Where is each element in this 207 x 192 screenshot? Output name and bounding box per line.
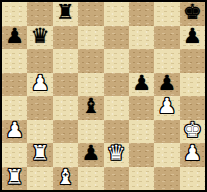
white-pawn-piece: ♟ xyxy=(31,73,50,94)
square-c1[interactable]: ♝ xyxy=(53,167,78,191)
white-pawn-piece: ♟ xyxy=(158,96,177,117)
square-d8[interactable] xyxy=(78,2,103,26)
square-f7[interactable] xyxy=(129,26,154,50)
black-pawn-piece: ♟ xyxy=(81,143,100,164)
square-g4[interactable]: ♟ xyxy=(154,96,179,120)
square-d2[interactable]: ♟ xyxy=(78,143,103,167)
black-pawn-piece: ♟ xyxy=(158,73,177,94)
white-pawn-piece: ♟ xyxy=(183,143,202,164)
square-h3[interactable]: ♚ xyxy=(180,120,205,144)
square-b1[interactable] xyxy=(27,167,52,191)
square-b5[interactable]: ♟ xyxy=(27,73,52,97)
square-d1[interactable] xyxy=(78,167,103,191)
white-king-piece: ♚ xyxy=(183,120,202,141)
square-h7[interactable]: ♟ xyxy=(180,26,205,50)
square-g2[interactable] xyxy=(154,143,179,167)
square-f8[interactable] xyxy=(129,2,154,26)
square-a7[interactable]: ♟ xyxy=(2,26,27,50)
square-g7[interactable] xyxy=(154,26,179,50)
black-pawn-piece: ♟ xyxy=(5,26,24,47)
square-d6[interactable] xyxy=(78,49,103,73)
square-a6[interactable] xyxy=(2,49,27,73)
square-f1[interactable] xyxy=(129,167,154,191)
square-a3[interactable]: ♟ xyxy=(2,120,27,144)
white-queen-piece: ♛ xyxy=(107,143,126,164)
black-pawn-piece: ♟ xyxy=(132,73,151,94)
black-queen-piece: ♛ xyxy=(31,26,50,47)
square-h8[interactable]: ♚ xyxy=(180,2,205,26)
black-pawn-piece: ♟ xyxy=(183,26,202,47)
square-e2[interactable]: ♛ xyxy=(104,143,129,167)
square-d7[interactable] xyxy=(78,26,103,50)
square-h2[interactable]: ♟ xyxy=(180,143,205,167)
square-b2[interactable]: ♜ xyxy=(27,143,52,167)
square-c3[interactable] xyxy=(53,120,78,144)
square-c8[interactable]: ♜ xyxy=(53,2,78,26)
square-c6[interactable] xyxy=(53,49,78,73)
white-pawn-piece: ♟ xyxy=(5,120,24,141)
black-bishop-piece: ♝ xyxy=(81,96,100,117)
square-d3[interactable] xyxy=(78,120,103,144)
square-d4[interactable]: ♝ xyxy=(78,96,103,120)
square-b7[interactable]: ♛ xyxy=(27,26,52,50)
square-b4[interactable] xyxy=(27,96,52,120)
square-f4[interactable] xyxy=(129,96,154,120)
square-e8[interactable] xyxy=(104,2,129,26)
square-b6[interactable] xyxy=(27,49,52,73)
square-c2[interactable] xyxy=(53,143,78,167)
square-e6[interactable] xyxy=(104,49,129,73)
square-b8[interactable] xyxy=(27,2,52,26)
square-f3[interactable] xyxy=(129,120,154,144)
square-a4[interactable] xyxy=(2,96,27,120)
square-g6[interactable] xyxy=(154,49,179,73)
square-e4[interactable] xyxy=(104,96,129,120)
black-rook-piece: ♜ xyxy=(56,2,75,23)
square-a1[interactable]: ♜ xyxy=(2,167,27,191)
square-a8[interactable] xyxy=(2,2,27,26)
square-g1[interactable] xyxy=(154,167,179,191)
square-c7[interactable] xyxy=(53,26,78,50)
square-e3[interactable] xyxy=(104,120,129,144)
square-h4[interactable] xyxy=(180,96,205,120)
square-g3[interactable] xyxy=(154,120,179,144)
square-d5[interactable] xyxy=(78,73,103,97)
white-rook-piece: ♜ xyxy=(31,143,50,164)
white-rook-piece: ♜ xyxy=(5,167,24,188)
square-g5[interactable]: ♟ xyxy=(154,73,179,97)
square-b3[interactable] xyxy=(27,120,52,144)
square-e7[interactable] xyxy=(104,26,129,50)
square-a5[interactable] xyxy=(2,73,27,97)
square-h6[interactable] xyxy=(180,49,205,73)
square-g8[interactable] xyxy=(154,2,179,26)
square-c4[interactable] xyxy=(53,96,78,120)
square-f6[interactable] xyxy=(129,49,154,73)
square-e1[interactable] xyxy=(104,167,129,191)
square-c5[interactable] xyxy=(53,73,78,97)
square-f2[interactable] xyxy=(129,143,154,167)
square-a2[interactable] xyxy=(2,143,27,167)
square-e5[interactable] xyxy=(104,73,129,97)
board-frame: ♜♚♟♛♟♟♟♟♝♟♟♚♜♟♛♟♜♝ xyxy=(0,0,207,192)
square-f5[interactable]: ♟ xyxy=(129,73,154,97)
white-bishop-piece: ♝ xyxy=(56,167,75,188)
chess-board: ♜♚♟♛♟♟♟♟♝♟♟♚♜♟♛♟♜♝ xyxy=(2,2,205,190)
square-h1[interactable] xyxy=(180,167,205,191)
black-king-piece: ♚ xyxy=(183,2,202,23)
square-h5[interactable] xyxy=(180,73,205,97)
